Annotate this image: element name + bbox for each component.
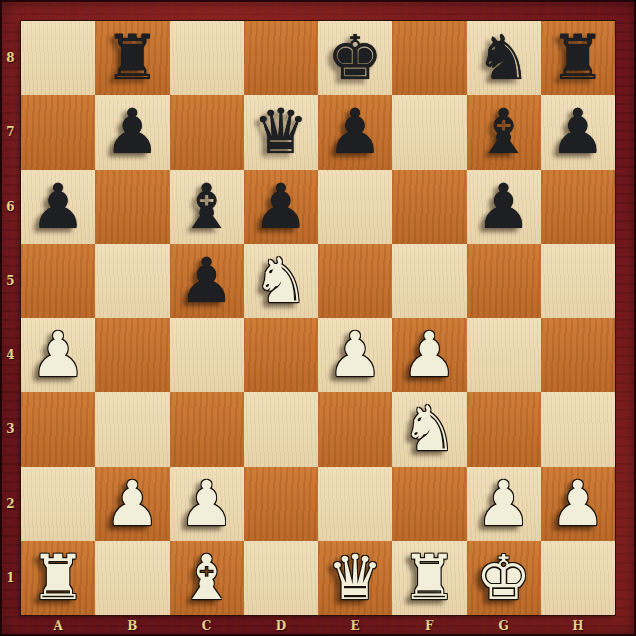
square-f6[interactable] (392, 170, 466, 244)
square-b6[interactable] (95, 170, 169, 244)
square-c3[interactable] (170, 392, 244, 466)
square-a3[interactable] (21, 392, 95, 466)
square-f2[interactable] (392, 467, 466, 541)
rank-label: 5 (0, 244, 21, 318)
rank-label: 7 (0, 95, 21, 169)
file-label: G (467, 615, 541, 636)
black-knight[interactable]: ♞ (476, 27, 532, 89)
black-bishop[interactable]: ♝ (476, 101, 532, 163)
white-king[interactable]: ♚ (476, 547, 532, 609)
square-a8[interactable] (21, 21, 95, 95)
square-h8[interactable]: ♜ (541, 21, 615, 95)
white-pawn[interactable]: ♟ (402, 324, 458, 386)
black-pawn[interactable]: ♟ (179, 250, 235, 312)
square-b7[interactable]: ♟ (95, 95, 169, 169)
square-d5[interactable]: ♞ (244, 244, 318, 318)
black-rook[interactable]: ♜ (550, 27, 606, 89)
square-a5[interactable] (21, 244, 95, 318)
square-a2[interactable] (21, 467, 95, 541)
square-h4[interactable] (541, 318, 615, 392)
file-label: F (392, 615, 466, 636)
white-rook[interactable]: ♜ (30, 547, 86, 609)
square-b3[interactable] (95, 392, 169, 466)
file-label: D (244, 615, 318, 636)
square-e7[interactable]: ♟ (318, 95, 392, 169)
square-b1[interactable] (95, 541, 169, 615)
square-b2[interactable]: ♟ (95, 467, 169, 541)
file-label: C (170, 615, 244, 636)
square-g2[interactable]: ♟ (467, 467, 541, 541)
square-c1[interactable]: ♝ (170, 541, 244, 615)
square-a6[interactable]: ♟ (21, 170, 95, 244)
square-c2[interactable]: ♟ (170, 467, 244, 541)
rank-label: 3 (0, 392, 21, 466)
white-bishop[interactable]: ♝ (179, 547, 235, 609)
square-c6[interactable]: ♝ (170, 170, 244, 244)
square-h3[interactable] (541, 392, 615, 466)
square-b5[interactable] (95, 244, 169, 318)
square-e3[interactable] (318, 392, 392, 466)
white-pawn[interactable]: ♟ (30, 324, 86, 386)
square-h6[interactable] (541, 170, 615, 244)
white-pawn[interactable]: ♟ (105, 473, 161, 535)
file-label: A (21, 615, 95, 636)
file-label: B (95, 615, 169, 636)
white-pawn[interactable]: ♟ (327, 324, 383, 386)
chess-board: ♜♚♞♜♟♛♟♝♟♟♝♟♟♟♞♟♟♟♞♟♟♟♟♜♝♛♜♚ (21, 21, 615, 615)
white-pawn[interactable]: ♟ (179, 473, 235, 535)
square-g4[interactable] (467, 318, 541, 392)
square-d3[interactable] (244, 392, 318, 466)
square-a7[interactable] (21, 95, 95, 169)
white-pawn[interactable]: ♟ (550, 473, 606, 535)
square-c4[interactable] (170, 318, 244, 392)
black-queen[interactable]: ♛ (253, 101, 309, 163)
square-e4[interactable]: ♟ (318, 318, 392, 392)
square-d4[interactable] (244, 318, 318, 392)
file-label: H (541, 615, 615, 636)
rank-labels: 87654321 (0, 21, 21, 615)
black-pawn[interactable]: ♟ (253, 176, 309, 238)
white-rook[interactable]: ♜ (402, 547, 458, 609)
square-h2[interactable]: ♟ (541, 467, 615, 541)
black-pawn[interactable]: ♟ (550, 101, 606, 163)
square-e8[interactable]: ♚ (318, 21, 392, 95)
square-e1[interactable]: ♛ (318, 541, 392, 615)
square-f1[interactable]: ♜ (392, 541, 466, 615)
square-b8[interactable]: ♜ (95, 21, 169, 95)
rank-label: 6 (0, 170, 21, 244)
square-h7[interactable]: ♟ (541, 95, 615, 169)
square-a4[interactable]: ♟ (21, 318, 95, 392)
chess-board-frame: 87654321 ABCDEFGH ♜♚♞♜♟♛♟♝♟♟♝♟♟♟♞♟♟♟♞♟♟♟… (0, 0, 636, 636)
square-b4[interactable] (95, 318, 169, 392)
square-f3[interactable]: ♞ (392, 392, 466, 466)
black-pawn[interactable]: ♟ (30, 176, 86, 238)
square-f5[interactable] (392, 244, 466, 318)
square-e2[interactable] (318, 467, 392, 541)
rank-label: 4 (0, 318, 21, 392)
square-c5[interactable]: ♟ (170, 244, 244, 318)
square-h5[interactable] (541, 244, 615, 318)
square-d1[interactable] (244, 541, 318, 615)
rank-label: 8 (0, 21, 21, 95)
square-f4[interactable]: ♟ (392, 318, 466, 392)
square-f7[interactable] (392, 95, 466, 169)
file-label: E (318, 615, 392, 636)
white-pawn[interactable]: ♟ (476, 473, 532, 535)
white-knight[interactable]: ♞ (402, 398, 458, 460)
white-knight[interactable]: ♞ (253, 250, 309, 312)
black-pawn[interactable]: ♟ (476, 176, 532, 238)
square-c7[interactable] (170, 95, 244, 169)
square-d2[interactable] (244, 467, 318, 541)
black-rook[interactable]: ♜ (105, 27, 161, 89)
square-g1[interactable]: ♚ (467, 541, 541, 615)
square-f8[interactable] (392, 21, 466, 95)
black-king[interactable]: ♚ (327, 27, 383, 89)
square-d6[interactable]: ♟ (244, 170, 318, 244)
square-e5[interactable] (318, 244, 392, 318)
square-d7[interactable]: ♛ (244, 95, 318, 169)
square-g7[interactable]: ♝ (467, 95, 541, 169)
rank-label: 2 (0, 467, 21, 541)
black-pawn[interactable]: ♟ (105, 101, 161, 163)
square-g3[interactable] (467, 392, 541, 466)
square-d8[interactable] (244, 21, 318, 95)
black-pawn[interactable]: ♟ (327, 101, 383, 163)
square-c8[interactable] (170, 21, 244, 95)
square-h1[interactable] (541, 541, 615, 615)
white-queen[interactable]: ♛ (327, 547, 383, 609)
square-g5[interactable] (467, 244, 541, 318)
file-labels: ABCDEFGH (21, 615, 615, 636)
square-g6[interactable]: ♟ (467, 170, 541, 244)
black-bishop[interactable]: ♝ (179, 176, 235, 238)
square-g8[interactable]: ♞ (467, 21, 541, 95)
rank-label: 1 (0, 541, 21, 615)
square-e6[interactable] (318, 170, 392, 244)
square-a1[interactable]: ♜ (21, 541, 95, 615)
